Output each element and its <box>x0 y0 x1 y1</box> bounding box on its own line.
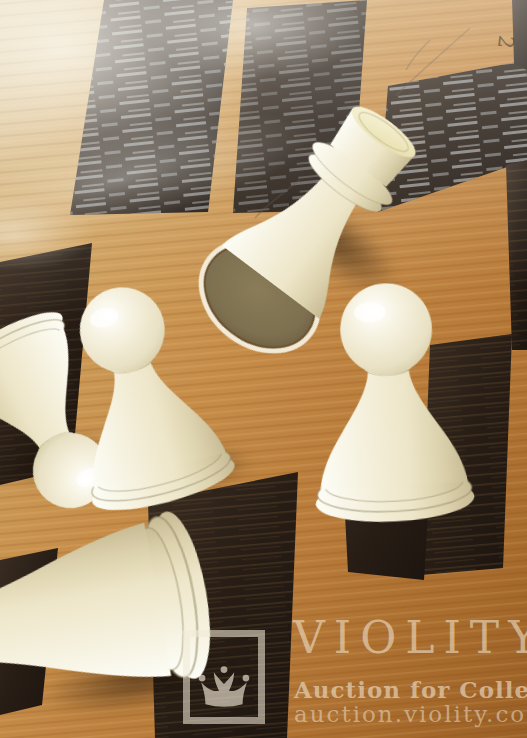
board-scratched-number: 2 <box>493 34 518 50</box>
white-pawn-standing-right <box>294 275 487 530</box>
photo-stage: 2 <box>0 0 527 738</box>
